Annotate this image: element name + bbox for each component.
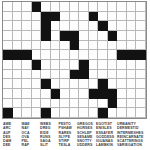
empty-cell-r9c13[interactable] (127, 89, 137, 99)
empty-cell-r10c7[interactable] (70, 99, 80, 109)
word-entry: SLIT (40, 143, 51, 147)
empty-cell-r9c6[interactable] (60, 89, 70, 99)
empty-cell-r1c13[interactable] (127, 12, 137, 22)
empty-cell-r9c0[interactable] (3, 89, 13, 99)
empty-cell-r9c14[interactable] (136, 89, 146, 99)
word-list: AWEARCAUFDESDAMDEEWAENAYOCAOVAPELRAPWEBS… (0, 122, 150, 149)
fill-in-puzzle-grid (2, 1, 147, 119)
empty-cell-r0c9[interactable] (89, 2, 99, 12)
empty-cell-r6c6[interactable] (60, 60, 70, 70)
empty-cell-r8c9[interactable] (89, 79, 99, 89)
empty-cell-r0c13[interactable] (127, 2, 137, 12)
black-cell-r7c8 (79, 70, 89, 80)
empty-cell-r0c1[interactable] (13, 2, 23, 12)
black-cell-r6c3 (32, 60, 42, 70)
empty-cell-r2c3[interactable] (32, 21, 42, 31)
empty-cell-r5c9[interactable] (89, 50, 99, 60)
empty-cell-r6c13[interactable] (127, 60, 137, 70)
empty-cell-r5c11[interactable] (108, 50, 118, 60)
empty-cell-r5c3[interactable] (32, 50, 42, 60)
empty-cell-r3c14[interactable] (136, 31, 146, 41)
empty-cell-r8c3[interactable] (32, 79, 42, 89)
empty-cell-r2c5[interactable] (51, 21, 61, 31)
empty-cell-r10c2[interactable] (22, 99, 32, 109)
empty-cell-r4c3[interactable] (32, 41, 42, 51)
empty-cell-r2c9[interactable] (89, 21, 99, 31)
empty-cell-r0c10[interactable] (98, 2, 108, 12)
empty-cell-r3c12[interactable] (117, 31, 127, 41)
empty-cell-r4c14[interactable] (136, 41, 146, 51)
black-cell-r10c11 (108, 99, 118, 109)
empty-cell-r8c0[interactable] (3, 79, 13, 89)
word-entry: PSHAW (59, 126, 72, 130)
empty-cell-r8c1[interactable] (13, 79, 23, 89)
empty-cell-r1c11[interactable] (108, 12, 118, 22)
word-entry: ENISLES (96, 126, 114, 130)
empty-cell-r11c1[interactable] (13, 108, 23, 118)
empty-cell-r6c7[interactable] (70, 60, 80, 70)
black-cell-r5c14 (136, 50, 146, 60)
black-cell-r5c1 (13, 50, 23, 60)
black-cell-r6c8 (79, 60, 89, 70)
empty-cell-r1c6[interactable] (60, 12, 70, 22)
empty-cell-r4c1[interactable] (13, 41, 23, 51)
empty-cell-r2c11[interactable] (108, 21, 118, 31)
empty-cell-r6c12[interactable] (117, 60, 127, 70)
empty-cell-r11c3[interactable] (32, 108, 42, 118)
black-cell-r3c11 (108, 31, 118, 41)
empty-cell-r8c13[interactable] (127, 79, 137, 89)
empty-cell-r3c13[interactable] (127, 31, 137, 41)
black-cell-r11c0 (3, 108, 13, 118)
empty-cell-r7c0[interactable] (3, 70, 13, 80)
empty-cell-r10c8[interactable] (79, 99, 89, 109)
empty-cell-r2c12[interactable] (117, 21, 127, 31)
black-cell-r11c4 (41, 108, 51, 118)
empty-cell-r4c4[interactable] (41, 41, 51, 51)
empty-cell-r7c6[interactable] (60, 70, 70, 80)
black-cell-r1c4 (41, 12, 51, 22)
empty-cell-r3c8[interactable] (79, 31, 89, 41)
empty-cell-r0c2[interactable] (22, 2, 32, 12)
empty-cell-r3c0[interactable] (3, 31, 13, 41)
empty-cell-r6c4[interactable] (41, 60, 51, 70)
empty-cell-r1c12[interactable] (117, 12, 127, 22)
empty-cell-r2c2[interactable] (22, 21, 32, 31)
empty-cell-r2c7[interactable] (70, 21, 80, 31)
empty-cell-r8c14[interactable] (136, 79, 146, 89)
empty-cell-r2c0[interactable] (3, 21, 13, 31)
black-cell-r0c3 (32, 2, 42, 12)
empty-cell-r8c5[interactable] (51, 79, 61, 89)
empty-cell-r10c14[interactable] (136, 99, 146, 109)
empty-cell-r1c8[interactable] (79, 12, 89, 22)
empty-cell-r7c5[interactable] (51, 70, 61, 80)
empty-cell-r11c9[interactable] (89, 108, 99, 118)
empty-cell-r10c4[interactable] (41, 99, 51, 109)
empty-cell-r9c3[interactable] (32, 89, 42, 99)
empty-cell-r11c14[interactable] (136, 108, 146, 118)
empty-cell-r1c14[interactable] (136, 12, 146, 22)
black-cell-r8c10 (98, 79, 108, 89)
empty-cell-r0c0[interactable] (3, 2, 13, 12)
empty-cell-r4c8[interactable] (79, 41, 89, 51)
empty-cell-r10c3[interactable] (32, 99, 42, 109)
black-cell-r9c5 (51, 89, 61, 99)
empty-cell-r11c11[interactable] (108, 108, 118, 118)
empty-cell-r8c12[interactable] (117, 79, 127, 89)
empty-cell-r7c3[interactable] (32, 70, 42, 80)
empty-cell-r7c2[interactable] (22, 70, 32, 80)
black-cell-r9c10 (98, 89, 108, 99)
empty-cell-r5c8[interactable] (79, 50, 89, 60)
black-cell-r5c12 (117, 50, 127, 60)
word-entry: LAMBKIN (96, 143, 114, 147)
empty-cell-r8c8[interactable] (79, 79, 89, 89)
empty-cell-r6c11[interactable] (108, 60, 118, 70)
empty-cell-r4c13[interactable] (127, 41, 137, 51)
word-column-4: PESTOPSHAWRARESSLYPESTIRPTESLA (59, 122, 72, 148)
black-cell-r4c7 (70, 41, 80, 51)
empty-cell-r5c7[interactable] (70, 50, 80, 60)
empty-cell-r3c3[interactable] (32, 31, 42, 41)
empty-cell-r11c7[interactable] (70, 108, 80, 118)
empty-cell-r4c6[interactable] (60, 41, 70, 51)
empty-cell-r0c5[interactable] (51, 2, 61, 12)
empty-cell-r9c12[interactable] (117, 89, 127, 99)
empty-cell-r7c1[interactable] (13, 70, 23, 80)
black-cell-r7c7 (70, 70, 80, 80)
empty-cell-r7c12[interactable] (117, 70, 127, 80)
word-column-5: GREGOSHORSESSCHLEPSESAMESNOTTYUDDERS (77, 122, 93, 148)
empty-cell-r3c2[interactable] (22, 31, 32, 41)
empty-cell-r5c5[interactable] (51, 50, 61, 60)
empty-cell-r4c5[interactable] (51, 41, 61, 51)
black-cell-r3c4 (41, 31, 51, 41)
word-entry: VARIEGATION (117, 143, 143, 147)
empty-cell-r10c0[interactable] (3, 99, 13, 109)
empty-cell-r11c5[interactable] (51, 108, 61, 118)
empty-cell-r11c8[interactable] (79, 108, 89, 118)
empty-cell-r3c10[interactable] (98, 31, 108, 41)
empty-cell-r2c1[interactable] (13, 21, 23, 31)
empty-cell-r10c12[interactable] (117, 99, 127, 109)
empty-cell-r7c4[interactable] (41, 70, 51, 80)
empty-cell-r6c0[interactable] (3, 60, 13, 70)
empty-cell-r2c8[interactable] (79, 21, 89, 31)
empty-cell-r0c4[interactable] (41, 2, 51, 12)
empty-cell-r11c2[interactable] (22, 108, 32, 118)
empty-cell-r10c6[interactable] (60, 99, 70, 109)
empty-cell-r4c9[interactable] (89, 41, 99, 51)
word-entry: RAP (22, 143, 30, 147)
empty-cell-r3c9[interactable] (89, 31, 99, 41)
empty-cell-r9c8[interactable] (79, 89, 89, 99)
empty-cell-r6c14[interactable] (136, 60, 146, 70)
word-column-7: URBANITYDERMESTIDINTERMESHESREINCARNATES… (117, 122, 143, 148)
word-entry: DEE (3, 143, 11, 147)
black-cell-r5c0 (3, 50, 13, 60)
empty-cell-r10c1[interactable] (13, 99, 23, 109)
word-entry: DREG (40, 126, 51, 130)
word-entry: HORSES (77, 126, 93, 130)
empty-cell-r1c7[interactable] (70, 12, 80, 22)
empty-cell-r6c10[interactable] (98, 60, 108, 70)
black-cell-r5c2 (22, 50, 32, 60)
black-cell-r5c13 (127, 50, 137, 60)
empty-cell-r6c1[interactable] (13, 60, 23, 70)
empty-cell-r9c4[interactable] (41, 89, 51, 99)
empty-cell-r4c12[interactable] (117, 41, 127, 51)
empty-cell-r8c11[interactable] (108, 79, 118, 89)
empty-cell-r1c1[interactable] (13, 12, 23, 22)
empty-cell-r2c14[interactable] (136, 21, 146, 31)
empty-cell-r0c7[interactable] (70, 2, 80, 12)
empty-cell-r11c6[interactable] (60, 108, 70, 118)
empty-cell-r6c5[interactable] (51, 60, 61, 70)
empty-cell-r5c6[interactable] (60, 50, 70, 60)
black-cell-r2c10 (98, 21, 108, 31)
empty-cell-r1c2[interactable] (22, 12, 32, 22)
empty-cell-r4c0[interactable] (3, 41, 13, 51)
black-cell-r1c9 (89, 12, 99, 22)
black-cell-r9c9 (89, 89, 99, 99)
empty-cell-r7c9[interactable] (89, 70, 99, 80)
word-entry: NAY (22, 126, 30, 130)
empty-cell-r8c2[interactable] (22, 79, 32, 89)
empty-cell-r8c7[interactable] (70, 79, 80, 89)
empty-cell-r7c13[interactable] (127, 70, 137, 80)
word-column-2: WAENAYOCAOVAPELRAP (22, 122, 30, 148)
black-cell-r3c7 (70, 31, 80, 41)
black-cell-r1c5 (51, 12, 61, 22)
empty-cell-r7c14[interactable] (136, 70, 146, 80)
word-entry: TESLA (59, 143, 72, 147)
black-cell-r8c4 (41, 79, 51, 89)
empty-cell-r9c2[interactable] (22, 89, 32, 99)
empty-cell-r2c13[interactable] (127, 21, 137, 31)
empty-cell-r10c13[interactable] (127, 99, 137, 109)
empty-cell-r6c2[interactable] (22, 60, 32, 70)
black-cell-r11c10 (98, 108, 108, 118)
empty-cell-r10c9[interactable] (89, 99, 99, 109)
word-column-6: EGOTISTENISLESESSAYERGODDESSIGUANASLAMBK… (96, 122, 114, 148)
empty-cell-r10c5[interactable] (51, 99, 61, 109)
empty-cell-r3c5[interactable] (51, 31, 61, 41)
empty-cell-r0c11[interactable] (108, 2, 118, 12)
empty-cell-r9c1[interactable] (13, 89, 23, 99)
empty-cell-r4c10[interactable] (98, 41, 108, 51)
empty-cell-r7c11[interactable] (108, 70, 118, 80)
empty-cell-r5c10[interactable] (98, 50, 108, 60)
empty-cell-r7c10[interactable] (98, 70, 108, 80)
empty-cell-r4c2[interactable] (22, 41, 32, 51)
black-cell-r2c4 (41, 21, 51, 31)
empty-cell-r0c8[interactable] (79, 2, 89, 12)
empty-cell-r1c0[interactable] (3, 12, 13, 22)
empty-cell-r0c6[interactable] (60, 2, 70, 12)
empty-cell-r0c14[interactable] (136, 2, 146, 12)
empty-cell-r5c4[interactable] (41, 50, 51, 60)
empty-cell-r0c12[interactable] (117, 2, 127, 12)
empty-cell-r6c9[interactable] (89, 60, 99, 70)
empty-cell-r8c6[interactable] (60, 79, 70, 89)
empty-cell-r11c13[interactable] (127, 108, 137, 118)
word-entry: UDDERS (77, 143, 93, 147)
empty-cell-r1c10[interactable] (98, 12, 108, 22)
empty-cell-r4c11[interactable] (108, 41, 118, 51)
empty-cell-r10c10[interactable] (98, 99, 108, 109)
black-cell-r3c6 (60, 31, 70, 41)
empty-cell-r2c6[interactable] (60, 21, 70, 31)
empty-cell-r9c7[interactable] (70, 89, 80, 99)
word-column-1: AWEARCAUFDESDAMDEE (3, 122, 11, 148)
empty-cell-r1c3[interactable] (32, 12, 42, 22)
word-column-3: WEBSDREGEIDERUNSSAGASLIT (40, 122, 51, 148)
empty-cell-r3c1[interactable] (13, 31, 23, 41)
black-cell-r9c11 (108, 89, 118, 99)
empty-cell-r11c12[interactable] (117, 108, 127, 118)
word-entry: ARC (3, 126, 11, 130)
